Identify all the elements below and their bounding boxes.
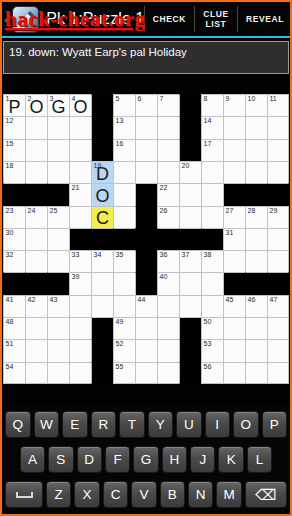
cell-r2c8[interactable] — [157, 116, 179, 138]
cell-r12c6[interactable]: 52 — [113, 339, 135, 361]
clue-number: 56 — [204, 363, 212, 371]
cell-r2c2[interactable] — [25, 116, 47, 138]
cell-r11c7[interactable] — [135, 317, 157, 339]
cell-r4c11[interactable] — [223, 161, 245, 183]
key-backspace[interactable]: ⌫ — [245, 481, 287, 508]
cell-r11c3[interactable] — [47, 317, 69, 339]
cell-letter: D — [92, 162, 113, 183]
clue-number: 13 — [116, 117, 124, 125]
cell-r9c10[interactable] — [201, 272, 223, 294]
clue-number: 6 — [138, 95, 142, 103]
key-i[interactable]: I — [205, 411, 231, 438]
clue-number: 39 — [72, 273, 80, 281]
keyboard-row-1: QWERTYUIOP — [5, 411, 287, 438]
cell-r10c12[interactable]: 46 — [245, 295, 267, 317]
clue-number: 25 — [50, 207, 58, 215]
cell-r1c11[interactable]: 9 — [223, 94, 245, 116]
clue-number: 42 — [28, 296, 36, 304]
black-cell-r2c5 — [91, 116, 113, 138]
cell-r13c2[interactable] — [25, 362, 47, 384]
cell-r7c3[interactable] — [47, 228, 69, 250]
key-y[interactable]: Y — [148, 411, 174, 438]
cell-r6c12[interactable]: 28 — [245, 206, 267, 228]
cell-r6c2[interactable]: 24 — [25, 206, 47, 228]
cell-r13c10[interactable]: 56 — [201, 362, 223, 384]
keyboard-row-2: ASDFGHJKL — [5, 446, 287, 473]
clue-number: 16 — [116, 140, 124, 148]
cell-r5c9[interactable] — [179, 183, 201, 205]
keyboard-row-3: ZXCVBNM⌫ — [5, 481, 287, 508]
cell-r13c6[interactable]: 55 — [113, 362, 135, 384]
cell-letter: C — [92, 207, 113, 228]
backspace-icon: ⌫ — [255, 487, 276, 502]
clue-number: 8 — [204, 95, 208, 103]
clue-number: 23 — [6, 207, 14, 215]
cell-r10c1[interactable]: 41 — [3, 295, 25, 317]
cell-r10c5[interactable] — [91, 295, 113, 317]
black-cell-r9c2 — [25, 272, 47, 294]
key-l[interactable]: L — [247, 446, 272, 473]
black-cell-r9c13 — [267, 272, 289, 294]
clue-number: 20 — [182, 162, 190, 170]
key-t[interactable]: T — [119, 411, 145, 438]
cell-r9c4[interactable]: 39 — [69, 272, 91, 294]
key-w[interactable]: W — [34, 411, 60, 438]
clue-number: 45 — [226, 296, 234, 304]
black-cell-r5c7 — [135, 183, 157, 205]
clue-number: 51 — [6, 340, 14, 348]
key-x[interactable]: X — [74, 481, 99, 508]
cell-r10c8[interactable] — [157, 295, 179, 317]
black-cell-r7c10 — [201, 228, 223, 250]
cell-r2c11[interactable] — [223, 116, 245, 138]
cell-r3c10[interactable]: 17 — [201, 139, 223, 161]
clue-number: 10 — [248, 95, 256, 103]
cell-r8c2[interactable] — [25, 250, 47, 272]
key-q[interactable]: Q — [5, 411, 31, 438]
cell-r6c1[interactable]: 23 — [3, 206, 25, 228]
black-cell-r13c9 — [179, 362, 201, 384]
black-cell-r7c9 — [179, 228, 201, 250]
black-cell-r11c9 — [179, 317, 201, 339]
cell-r4c3[interactable] — [47, 161, 69, 183]
clue-number: 55 — [116, 363, 124, 371]
clue-number: 26 — [160, 207, 168, 215]
key-n[interactable]: N — [188, 481, 213, 508]
cell-r11c11[interactable] — [223, 317, 245, 339]
space-icon — [16, 492, 33, 498]
cell-r2c12[interactable] — [245, 116, 267, 138]
back-chevron-icon[interactable]: ‹ — [4, 4, 10, 34]
clue-number: 40 — [160, 273, 168, 281]
black-cell-r12c5 — [91, 339, 113, 361]
reveal-button[interactable]: REVEAL — [238, 14, 292, 24]
cell-r13c7[interactable] — [135, 362, 157, 384]
cell-r5c4[interactable]: 21 — [69, 183, 91, 205]
cell-r10c6[interactable] — [113, 295, 135, 317]
black-cell-r5c11 — [223, 183, 245, 205]
cell-r8c1[interactable]: 32 — [3, 250, 25, 272]
cell-r8c5[interactable]: 34 — [91, 250, 113, 272]
cell-r1c3[interactable]: 3G — [47, 94, 69, 116]
cell-r8c8[interactable]: 36 — [157, 250, 179, 272]
cell-r12c12[interactable] — [245, 339, 267, 361]
cell-r2c13[interactable] — [267, 116, 289, 138]
black-cell-r3c9 — [179, 139, 201, 161]
cell-r6c13[interactable]: 29 — [267, 206, 289, 228]
cell-r12c13[interactable] — [267, 339, 289, 361]
cell-r10c2[interactable]: 42 — [25, 295, 47, 317]
clue-number: 17 — [204, 140, 212, 148]
cell-r10c13[interactable]: 47 — [267, 295, 289, 317]
cell-r12c8[interactable] — [157, 339, 179, 361]
clue-number: 7 — [160, 95, 164, 103]
cell-r12c7[interactable] — [135, 339, 157, 361]
clue-number: 47 — [270, 296, 278, 304]
cell-r1c2[interactable]: 2O — [25, 94, 47, 116]
black-cell-r9c11 — [223, 272, 245, 294]
clue-number: 22 — [160, 184, 168, 192]
key-v[interactable]: V — [131, 481, 156, 508]
cell-r7c11[interactable]: 31 — [223, 228, 245, 250]
cell-r4c10[interactable] — [201, 161, 223, 183]
cell-r5c6[interactable] — [113, 183, 135, 205]
cell-r13c1[interactable]: 54 — [3, 362, 25, 384]
cell-r13c13[interactable] — [267, 362, 289, 384]
cell-r4c8[interactable] — [157, 161, 179, 183]
clue-number: 36 — [160, 251, 168, 259]
cell-r8c12[interactable] — [245, 250, 267, 272]
cell-r11c12[interactable] — [245, 317, 267, 339]
clue-number: 53 — [204, 340, 212, 348]
black-cell-r2c9 — [179, 116, 201, 138]
black-cell-r5c13 — [267, 183, 289, 205]
key-space[interactable] — [5, 481, 43, 508]
black-cell-r9c3 — [47, 272, 69, 294]
black-cell-r5c3 — [47, 183, 69, 205]
cell-r5c5[interactable]: O — [91, 183, 113, 205]
cell-r10c10[interactable] — [201, 295, 223, 317]
cell-r2c1[interactable]: 12 — [3, 116, 25, 138]
cell-r3c4[interactable] — [69, 139, 91, 161]
clue-number: 34 — [94, 251, 102, 259]
cell-r6c11[interactable]: 27 — [223, 206, 245, 228]
cell-r1c10[interactable]: 8 — [201, 94, 223, 116]
cell-r9c5[interactable] — [91, 272, 113, 294]
cell-r2c7[interactable] — [135, 116, 157, 138]
cell-r11c2[interactable] — [25, 317, 47, 339]
clue-number: 44 — [138, 296, 146, 304]
cell-r3c6[interactable]: 16 — [113, 139, 135, 161]
cell-r7c13[interactable] — [267, 228, 289, 250]
cell-r4c13[interactable] — [267, 161, 289, 183]
cell-r9c6[interactable] — [113, 272, 135, 294]
cell-r3c8[interactable] — [157, 139, 179, 161]
clue-number: 54 — [6, 363, 14, 371]
cell-r12c2[interactable] — [25, 339, 47, 361]
cell-r1c1[interactable]: 1P — [3, 94, 25, 116]
black-cell-r9c7 — [135, 272, 157, 294]
key-b[interactable]: B — [160, 481, 185, 508]
cell-r11c13[interactable] — [267, 317, 289, 339]
cell-r10c7[interactable]: 44 — [135, 295, 157, 317]
cell-r8c3[interactable] — [47, 250, 69, 272]
cell-r4c1[interactable]: 18 — [3, 161, 25, 183]
cell-r9c8[interactable]: 40 — [157, 272, 179, 294]
black-cell-r7c4 — [69, 228, 91, 250]
cell-r5c10[interactable] — [201, 183, 223, 205]
clue-number: 12 — [6, 117, 14, 125]
clue-number: 50 — [204, 318, 212, 326]
black-cell-r1c5 — [91, 94, 113, 116]
cell-r1c13[interactable]: 11 — [267, 94, 289, 116]
cell-r10c4[interactable] — [69, 295, 91, 317]
cell-letter: O — [70, 95, 91, 116]
cell-r8c10[interactable]: 38 — [201, 250, 223, 272]
clue-number: 41 — [6, 296, 14, 304]
clue-number: 43 — [50, 296, 58, 304]
black-cell-r7c5 — [91, 228, 113, 250]
cell-r12c4[interactable] — [69, 339, 91, 361]
cell-r11c10[interactable]: 50 — [201, 317, 223, 339]
cell-r8c4[interactable]: 33 — [69, 250, 91, 272]
key-j[interactable]: J — [190, 446, 215, 473]
cell-r6c9[interactable] — [179, 206, 201, 228]
clue-number: 27 — [226, 207, 234, 215]
cell-r4c9[interactable]: 20 — [179, 161, 201, 183]
key-z[interactable]: Z — [46, 481, 71, 508]
clue-number: 18 — [6, 162, 14, 170]
cell-r11c8[interactable] — [157, 317, 179, 339]
puzzle-board: 1P2O3G4O5678910111213141516171819D2021O2… — [2, 74, 290, 406]
cell-r6c3[interactable]: 25 — [47, 206, 69, 228]
clue-number: 28 — [248, 207, 256, 215]
cell-r12c3[interactable] — [47, 339, 69, 361]
key-u[interactable]: U — [176, 411, 202, 438]
clue-number: 31 — [226, 229, 234, 237]
action-bar: ‹ Pk 1:Puzzle 1 CHECKCLUE LISTREVEAL — [2, 2, 290, 36]
black-cell-r5c12 — [245, 183, 267, 205]
cell-r8c9[interactable]: 37 — [179, 250, 201, 272]
cell-r4c6[interactable] — [113, 161, 135, 183]
cell-r4c4[interactable] — [69, 161, 91, 183]
app-screen: hack-cheat.org ‹ Pk 1:Puzzle 1 CHECKCLUE… — [0, 0, 292, 516]
key-h[interactable]: H — [162, 446, 187, 473]
key-o[interactable]: O — [233, 411, 259, 438]
cell-r6c6[interactable] — [113, 206, 135, 228]
cell-r9c9[interactable] — [179, 272, 201, 294]
clue-number: 24 — [28, 207, 36, 215]
cell-r11c6[interactable]: 49 — [113, 317, 135, 339]
cell-letter: O — [92, 184, 113, 205]
cell-r3c3[interactable] — [47, 139, 69, 161]
cell-r12c1[interactable]: 51 — [3, 339, 25, 361]
crossword-grid: 1P2O3G4O5678910111213141516171819D2021O2… — [3, 94, 289, 384]
cell-r10c9[interactable] — [179, 295, 201, 317]
cell-r11c1[interactable]: 48 — [3, 317, 25, 339]
cell-r4c2[interactable] — [25, 161, 47, 183]
clue-number: 30 — [6, 229, 14, 237]
cell-r6c10[interactable] — [201, 206, 223, 228]
black-cell-r6c7 — [135, 206, 157, 228]
clue-number: 14 — [204, 117, 212, 125]
clue-number: 5 — [116, 95, 120, 103]
cell-letter: P — [4, 95, 25, 116]
clue-number: 48 — [6, 318, 14, 326]
cell-r2c6[interactable]: 13 — [113, 116, 135, 138]
clue-number: 35 — [116, 251, 124, 259]
black-cell-r13c5 — [91, 362, 113, 384]
black-cell-r5c2 — [25, 183, 47, 205]
cell-r12c10[interactable]: 53 — [201, 339, 223, 361]
cell-r1c7[interactable]: 6 — [135, 94, 157, 116]
clue-number: 32 — [6, 251, 14, 259]
black-cell-r12c9 — [179, 339, 201, 361]
clue-number: 15 — [6, 140, 14, 148]
clue-number: 49 — [116, 318, 124, 326]
cell-r7c12[interactable] — [245, 228, 267, 250]
black-cell-r5c1 — [3, 183, 25, 205]
black-cell-r1c9 — [179, 94, 201, 116]
cell-r8c13[interactable] — [267, 250, 289, 272]
cell-r4c12[interactable] — [245, 161, 267, 183]
cell-r2c3[interactable] — [47, 116, 69, 138]
cell-r3c2[interactable] — [25, 139, 47, 161]
key-e[interactable]: E — [62, 411, 88, 438]
cell-r4c5[interactable]: 19D — [91, 161, 113, 183]
cell-r11c4[interactable] — [69, 317, 91, 339]
cell-r12c11[interactable] — [223, 339, 245, 361]
clue-number: 33 — [72, 251, 80, 259]
clue-number: 29 — [270, 207, 278, 215]
key-m[interactable]: M — [216, 481, 241, 508]
black-cell-r9c12 — [245, 272, 267, 294]
key-p[interactable]: P — [262, 411, 288, 438]
cell-r4c7[interactable] — [135, 161, 157, 183]
black-cell-r11c5 — [91, 317, 113, 339]
cell-r3c1[interactable]: 15 — [3, 139, 25, 161]
key-f[interactable]: F — [105, 446, 130, 473]
cell-letter: G — [48, 95, 69, 116]
cell-r1c12[interactable]: 10 — [245, 94, 267, 116]
cell-r1c4[interactable]: 4O — [69, 94, 91, 116]
black-cell-r9c1 — [3, 272, 25, 294]
key-c[interactable]: C — [103, 481, 128, 508]
cell-r3c7[interactable] — [135, 139, 157, 161]
cell-r1c6[interactable]: 5 — [113, 94, 135, 116]
keyboard: QWERTYUIOP ASDFGHJKL ZXCVBNM⌫ — [2, 406, 290, 514]
cell-r3c12[interactable] — [245, 139, 267, 161]
cell-r3c11[interactable] — [223, 139, 245, 161]
cell-r7c2[interactable] — [25, 228, 47, 250]
cell-r13c8[interactable] — [157, 362, 179, 384]
cell-r3c13[interactable] — [267, 139, 289, 161]
black-cell-r7c7 — [135, 228, 157, 250]
key-k[interactable]: K — [218, 446, 243, 473]
cell-r8c11[interactable] — [223, 250, 245, 272]
cell-r2c4[interactable] — [69, 116, 91, 138]
cell-r10c11[interactable]: 45 — [223, 295, 245, 317]
clue-number: 46 — [248, 296, 256, 304]
clue-number: 9 — [226, 95, 230, 103]
cell-r13c12[interactable] — [245, 362, 267, 384]
key-s[interactable]: S — [48, 446, 73, 473]
cell-r5c8[interactable]: 22 — [157, 183, 179, 205]
clue-number: 38 — [204, 251, 212, 259]
key-a[interactable]: A — [20, 446, 45, 473]
cell-r6c8[interactable]: 26 — [157, 206, 179, 228]
cell-r1c8[interactable]: 7 — [157, 94, 179, 116]
key-d[interactable]: D — [77, 446, 102, 473]
page-title: Pk 1:Puzzle 1 — [46, 10, 144, 28]
cell-r8c6[interactable]: 35 — [113, 250, 135, 272]
clue-number: 52 — [116, 340, 124, 348]
black-cell-r8c7 — [135, 250, 157, 272]
clue-number: 37 — [182, 251, 190, 259]
cell-r13c4[interactable] — [69, 362, 91, 384]
cell-r7c1[interactable]: 30 — [3, 228, 25, 250]
current-clue[interactable]: 19. down: Wyatt Earp's pal Holiday — [3, 41, 289, 74]
app-icon — [12, 6, 39, 33]
key-r[interactable]: R — [91, 411, 117, 438]
cell-r6c4[interactable] — [69, 206, 91, 228]
cell-letter: O — [26, 95, 47, 116]
cell-r13c11[interactable] — [223, 362, 245, 384]
black-cell-r7c6 — [113, 228, 135, 250]
clue-list-button[interactable]: CLUE LIST — [194, 9, 237, 29]
cell-r13c3[interactable] — [47, 362, 69, 384]
action-bar-buttons: CHECKCLUE LISTREVEAL — [144, 2, 292, 36]
cell-r10c3[interactable]: 43 — [47, 295, 69, 317]
clue-number: 21 — [72, 184, 80, 192]
clue-number: 11 — [270, 95, 277, 103]
black-cell-r7c8 — [157, 228, 179, 250]
key-g[interactable]: G — [133, 446, 158, 473]
check-button[interactable]: CHECK — [145, 14, 194, 24]
cell-r2c10[interactable]: 14 — [201, 116, 223, 138]
cell-r6c5[interactable]: C — [91, 206, 113, 228]
black-cell-r3c5 — [91, 139, 113, 161]
